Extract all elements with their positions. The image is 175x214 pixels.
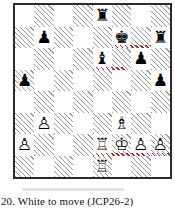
diagram-caption: 20. White to move (JCP26-2) xyxy=(1,195,133,207)
board-square-h1 xyxy=(151,156,170,178)
board-square-a5: ♟ xyxy=(15,70,34,92)
board-square-d5 xyxy=(73,70,92,92)
white-rook-piece: ♖ xyxy=(95,158,110,175)
board-square-f3: ♗ xyxy=(112,113,131,135)
black-pawn-piece: ♟ xyxy=(17,72,32,89)
board-square-b2 xyxy=(34,134,53,156)
board-square-e5 xyxy=(93,70,112,92)
board-square-h6 xyxy=(151,48,170,70)
board-square-d7 xyxy=(73,27,92,49)
board-square-a8 xyxy=(15,5,34,27)
white-bishop-piece: ♗ xyxy=(114,115,129,132)
board-square-d2 xyxy=(73,134,92,156)
board-square-a2: ♙ xyxy=(15,134,34,156)
board-square-c8 xyxy=(54,5,73,27)
board-square-e4 xyxy=(93,91,112,113)
board-square-h5: ♟ xyxy=(151,70,170,92)
board-square-e6: ♝ xyxy=(93,48,112,70)
black-pawn-piece: ♟ xyxy=(153,72,168,89)
board-square-b6 xyxy=(34,48,53,70)
board-square-b5 xyxy=(34,70,53,92)
board-square-g8 xyxy=(131,5,150,27)
board-square-c4 xyxy=(54,91,73,113)
board-square-a3 xyxy=(15,113,34,135)
board-square-f6 xyxy=(112,48,131,70)
chess-board: ♜♟♚♜♝♟♟♟♙♗♙♖♔♙♙♖ xyxy=(13,3,172,179)
black-rook-piece: ♜ xyxy=(153,29,168,46)
board-square-f8 xyxy=(112,5,131,27)
board-square-g1 xyxy=(131,156,150,178)
black-rook-piece: ♜ xyxy=(95,7,110,24)
board-square-e2: ♖ xyxy=(93,134,112,156)
board-square-g7 xyxy=(131,27,150,49)
board-square-c7 xyxy=(54,27,73,49)
white-rook-piece: ♖ xyxy=(95,136,110,153)
board-square-a1 xyxy=(15,156,34,178)
black-pawn-piece: ♟ xyxy=(133,50,148,67)
board-square-e1: ♖ xyxy=(93,156,112,178)
black-bishop-piece: ♝ xyxy=(95,50,110,67)
board-square-e7 xyxy=(93,27,112,49)
board-square-a4 xyxy=(15,91,34,113)
faint-text-smudge xyxy=(22,188,124,191)
board-square-f5 xyxy=(112,70,131,92)
board-square-f7: ♚ xyxy=(112,27,131,49)
board-square-f4 xyxy=(112,91,131,113)
board-square-b4 xyxy=(34,91,53,113)
board-square-g6: ♟ xyxy=(131,48,150,70)
board-square-g4 xyxy=(131,91,150,113)
board-square-d4 xyxy=(73,91,92,113)
board-square-h3 xyxy=(151,113,170,135)
board-square-h8 xyxy=(151,5,170,27)
board-square-h7: ♜ xyxy=(151,27,170,49)
board-square-d6 xyxy=(73,48,92,70)
board-square-c1 xyxy=(54,156,73,178)
black-pawn-piece: ♟ xyxy=(36,29,51,46)
board-square-a6 xyxy=(15,48,34,70)
board-square-d8 xyxy=(73,5,92,27)
board-square-g2: ♙ xyxy=(131,134,150,156)
board-square-f2: ♔ xyxy=(112,134,131,156)
board-square-e3 xyxy=(93,113,112,135)
board-square-g3 xyxy=(131,113,150,135)
board-square-c6 xyxy=(54,48,73,70)
board-square-h2: ♙ xyxy=(151,134,170,156)
document-page: ♜♟♚♜♝♟♟♟♙♗♙♖♔♙♙♖ 20. White to move (JCP2… xyxy=(0,0,175,214)
white-pawn-piece: ♙ xyxy=(36,115,51,132)
board-square-c2 xyxy=(54,134,73,156)
board-square-d3 xyxy=(73,113,92,135)
board-square-f1 xyxy=(112,156,131,178)
board-square-c3 xyxy=(54,113,73,135)
white-pawn-piece: ♙ xyxy=(17,136,32,153)
white-pawn-piece: ♙ xyxy=(153,136,168,153)
board-square-g5 xyxy=(131,70,150,92)
board-square-d1 xyxy=(73,156,92,178)
black-king-piece: ♚ xyxy=(114,29,129,46)
white-king-piece: ♔ xyxy=(114,136,129,153)
board-square-h4 xyxy=(151,91,170,113)
white-pawn-piece: ♙ xyxy=(133,136,148,153)
board-square-b8 xyxy=(34,5,53,27)
board-square-b3: ♙ xyxy=(34,113,53,135)
board-square-b1 xyxy=(34,156,53,178)
board-square-b7: ♟ xyxy=(34,27,53,49)
board-square-c5 xyxy=(54,70,73,92)
board-square-e8: ♜ xyxy=(93,5,112,27)
board-square-a7 xyxy=(15,27,34,49)
